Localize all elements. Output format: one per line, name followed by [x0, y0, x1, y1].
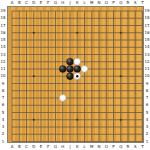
row-label-left-19: 19 — [0, 9, 5, 13]
row-label-right-7: 7 — [146, 96, 149, 100]
column-label-top-E: E — [40, 1, 43, 5]
row-label-left-8: 8 — [2, 89, 5, 93]
row-label-left-10: 10 — [0, 74, 5, 78]
row-label-right-17: 17 — [144, 24, 149, 28]
row-label-right-6: 6 — [146, 103, 149, 107]
column-label-bottom-T: T — [141, 145, 143, 149]
column-label-bottom-N: N — [98, 145, 101, 149]
column-label-top-L: L — [83, 1, 85, 5]
column-label-bottom-O: O — [105, 145, 108, 149]
column-label-top-R: R — [127, 1, 130, 5]
row-label-right-12: 12 — [144, 60, 149, 64]
row-label-right-15: 15 — [144, 38, 149, 42]
column-label-bottom-A: A — [11, 145, 14, 149]
row-label-left-12: 12 — [0, 60, 5, 64]
row-label-left-18: 18 — [0, 16, 5, 20]
column-label-top-M: M — [90, 1, 93, 5]
row-label-left-7: 7 — [2, 96, 5, 100]
row-label-left-6: 6 — [2, 103, 5, 107]
row-label-left-3: 3 — [2, 125, 5, 129]
row-label-left-15: 15 — [0, 38, 5, 42]
row-label-right-10: 10 — [144, 74, 149, 78]
column-label-top-S: S — [134, 1, 137, 5]
row-label-left-5: 5 — [2, 111, 5, 115]
row-label-right-14: 14 — [144, 45, 149, 49]
column-label-bottom-F: F — [47, 145, 49, 149]
column-label-top-A: A — [11, 1, 14, 5]
column-label-bottom-E: E — [40, 145, 43, 149]
row-label-right-3: 3 — [146, 125, 149, 129]
column-label-top-D: D — [32, 1, 35, 5]
column-label-bottom-M: M — [90, 145, 93, 149]
column-label-bottom-B: B — [18, 145, 21, 149]
column-label-bottom-S: S — [134, 145, 137, 149]
column-label-top-F: F — [47, 1, 49, 5]
row-label-left-13: 13 — [0, 53, 5, 57]
go-board[interactable] — [7, 6, 144, 143]
column-label-bottom-Q: Q — [119, 145, 122, 149]
row-label-right-4: 4 — [146, 118, 149, 122]
column-label-bottom-P: P — [112, 145, 114, 149]
row-label-right-8: 8 — [146, 89, 149, 93]
column-label-top-P: P — [112, 1, 114, 5]
row-label-left-14: 14 — [0, 45, 5, 49]
row-label-right-11: 11 — [144, 67, 149, 71]
column-label-top-N: N — [98, 1, 101, 5]
row-label-right-16: 16 — [144, 31, 149, 35]
row-label-left-11: 11 — [0, 67, 5, 71]
column-label-bottom-C: C — [25, 145, 28, 149]
row-label-left-2: 2 — [2, 132, 5, 136]
row-label-left-16: 16 — [0, 31, 5, 35]
column-label-top-O: O — [105, 1, 108, 5]
column-label-bottom-R: R — [127, 145, 130, 149]
row-label-right-19: 19 — [144, 9, 149, 13]
row-label-left-4: 4 — [2, 118, 5, 122]
column-label-bottom-D: D — [32, 145, 35, 149]
column-label-top-K: K — [76, 1, 79, 5]
row-label-right-13: 13 — [144, 53, 149, 57]
row-label-right-9: 9 — [146, 82, 149, 86]
row-label-right-2: 2 — [146, 132, 149, 136]
column-label-top-G: G — [54, 1, 57, 5]
column-label-top-T: T — [141, 1, 143, 5]
row-label-left-1: 1 — [2, 140, 5, 144]
column-label-top-J: J — [69, 1, 70, 5]
column-label-top-Q: Q — [119, 1, 122, 5]
column-label-top-H: H — [61, 1, 64, 5]
go-diagram: AABBCCDDEEFFGGHHJJKKLLMMNNOOPPQQRRSSTT19… — [0, 0, 150, 150]
column-label-top-C: C — [25, 1, 28, 5]
row-label-right-1: 1 — [146, 140, 149, 144]
column-label-top-B: B — [18, 1, 21, 5]
column-label-bottom-J: J — [69, 145, 70, 149]
column-label-bottom-L: L — [83, 145, 85, 149]
row-label-right-5: 5 — [146, 111, 149, 115]
column-label-bottom-H: H — [61, 145, 64, 149]
row-label-left-17: 17 — [0, 24, 5, 28]
row-label-right-18: 18 — [144, 16, 149, 20]
column-label-bottom-K: K — [76, 145, 79, 149]
row-label-left-9: 9 — [2, 82, 5, 86]
column-label-bottom-G: G — [54, 145, 57, 149]
